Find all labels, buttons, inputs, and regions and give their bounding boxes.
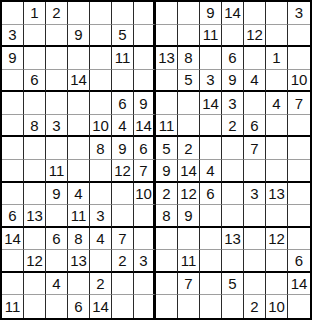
- cell-r7c11-empty[interactable]: [222, 137, 244, 160]
- cell-r14c9-empty[interactable]: [178, 295, 200, 318]
- cell-r11c3-given: 6: [46, 228, 68, 251]
- cell-r9c10-given: 6: [200, 183, 222, 206]
- cell-r11c6-given: 7: [112, 228, 134, 251]
- cell-r5c8-empty[interactable]: [156, 92, 178, 115]
- cell-r2c11-empty[interactable]: [222, 25, 244, 48]
- cell-r12c3-empty[interactable]: [46, 250, 68, 273]
- cell-r4c8-empty[interactable]: [156, 70, 178, 93]
- cell-r12c14-given: 6: [288, 250, 310, 273]
- cell-r14c7-empty[interactable]: [134, 295, 156, 318]
- cell-r2c10-given: 11: [200, 25, 222, 48]
- cell-r11c13-given: 12: [266, 228, 288, 251]
- cell-r3c9-given: 8: [178, 47, 200, 70]
- cell-r11c1-given: 14: [2, 228, 24, 251]
- cell-r11c5-given: 4: [90, 228, 112, 251]
- cell-r7c2-empty[interactable]: [24, 137, 46, 160]
- cell-r7c6-given: 9: [112, 137, 134, 160]
- cell-r8c4-empty[interactable]: [68, 160, 90, 183]
- cell-r5c5-empty[interactable]: [90, 92, 112, 115]
- cell-r4c13-empty[interactable]: [266, 70, 288, 93]
- cell-r1c11-given: 14: [222, 2, 244, 25]
- cell-r10c3-empty[interactable]: [46, 205, 68, 228]
- cell-r4c10-given: 3: [200, 70, 222, 93]
- cell-r3c10-empty[interactable]: [200, 47, 222, 70]
- cell-r3c7-empty[interactable]: [134, 47, 156, 70]
- cell-r13c11-given: 5: [222, 273, 244, 296]
- cell-r13c10-empty[interactable]: [200, 273, 222, 296]
- cell-r5c2-empty[interactable]: [24, 92, 46, 115]
- cell-r3c1-given: 9: [2, 47, 24, 70]
- cell-r11c7-empty[interactable]: [134, 228, 156, 251]
- cell-r9c13-given: 13: [266, 183, 288, 206]
- cell-r7c7-given: 6: [134, 137, 156, 160]
- cell-r2c2-empty[interactable]: [24, 25, 46, 48]
- cell-r8c3-given: 11: [46, 160, 68, 183]
- cell-r8c12-empty[interactable]: [244, 160, 266, 183]
- cell-r5c1-empty[interactable]: [2, 92, 24, 115]
- cell-r2c9-empty[interactable]: [178, 25, 200, 48]
- cell-r6c5-given: 10: [90, 115, 112, 138]
- cell-r13c3-given: 4: [46, 273, 68, 296]
- cell-r9c8-given: 2: [156, 183, 178, 206]
- cell-r11c8-empty[interactable]: [156, 228, 178, 251]
- cell-r4c12-given: 4: [244, 70, 266, 93]
- cell-r10c14-empty[interactable]: [288, 205, 310, 228]
- cell-r2c8-empty[interactable]: [156, 25, 178, 48]
- cell-r11c10-empty[interactable]: [200, 228, 222, 251]
- cell-r7c1-empty[interactable]: [2, 137, 24, 160]
- cell-r10c4-given: 11: [68, 205, 90, 228]
- cell-r10c13-empty[interactable]: [266, 205, 288, 228]
- cell-r8c13-empty[interactable]: [266, 160, 288, 183]
- cell-r7c4-empty[interactable]: [68, 137, 90, 160]
- cell-r2c4-given: 9: [68, 25, 90, 48]
- cell-r12c6-given: 2: [112, 250, 134, 273]
- cell-r13c6-empty[interactable]: [112, 273, 134, 296]
- cell-r11c2-empty[interactable]: [24, 228, 46, 251]
- cell-r6c9-empty[interactable]: [178, 115, 200, 138]
- cell-r2c5-empty[interactable]: [90, 25, 112, 48]
- cell-r7c10-empty[interactable]: [200, 137, 222, 160]
- cell-r13c7-empty[interactable]: [134, 273, 156, 296]
- cell-r6c3-given: 3: [46, 115, 68, 138]
- cell-r5c6-given: 6: [112, 92, 134, 115]
- cell-r13c4-empty[interactable]: [68, 273, 90, 296]
- cell-r9c7-given: 10: [134, 183, 156, 206]
- cell-r13c1-empty[interactable]: [2, 273, 24, 296]
- cell-r6c4-empty[interactable]: [68, 115, 90, 138]
- cell-r14c12-given: 2: [244, 295, 266, 318]
- cell-r14c3-empty[interactable]: [46, 295, 68, 318]
- cell-r2c6-given: 5: [112, 25, 134, 48]
- cell-r7c3-empty[interactable]: [46, 137, 68, 160]
- cell-r6c6-given: 4: [112, 115, 134, 138]
- cell-r5c3-empty[interactable]: [46, 92, 68, 115]
- cell-r13c14-given: 14: [288, 273, 310, 296]
- cell-r3c2-empty[interactable]: [24, 47, 46, 70]
- cell-r1c5-empty[interactable]: [90, 2, 112, 25]
- cell-r6c8-given: 11: [156, 115, 178, 138]
- cell-r10c9-given: 9: [178, 205, 200, 228]
- cell-r2c14-empty[interactable]: [288, 25, 310, 48]
- cell-r10c5-given: 3: [90, 205, 112, 228]
- cell-r12c10-empty[interactable]: [200, 250, 222, 273]
- cell-r3c4-empty[interactable]: [68, 47, 90, 70]
- cell-r4c11-given: 9: [222, 70, 244, 93]
- cell-r10c11-empty[interactable]: [222, 205, 244, 228]
- cell-r4c3-empty[interactable]: [46, 70, 68, 93]
- cell-r2c1-given: 3: [2, 25, 24, 48]
- cell-r14c4-given: 6: [68, 295, 90, 318]
- cell-r14c2-empty[interactable]: [24, 295, 46, 318]
- cell-r4c7-empty[interactable]: [134, 70, 156, 93]
- cell-r3c3-empty[interactable]: [46, 47, 68, 70]
- cell-r6c12-given: 6: [244, 115, 266, 138]
- cell-r13c9-given: 7: [178, 273, 200, 296]
- cell-r9c4-given: 4: [68, 183, 90, 206]
- cell-r9c14-empty[interactable]: [288, 183, 310, 206]
- cell-r3c8-given: 13: [156, 47, 178, 70]
- cell-r13c2-empty[interactable]: [24, 273, 46, 296]
- cell-r1c1-empty[interactable]: [2, 2, 24, 25]
- cell-r13c13-empty[interactable]: [266, 273, 288, 296]
- cell-r8c7-given: 7: [134, 160, 156, 183]
- cell-r14c8-empty[interactable]: [156, 295, 178, 318]
- cell-r3c13-given: 1: [266, 47, 288, 70]
- cell-r6c1-empty[interactable]: [2, 115, 24, 138]
- cell-r1c13-empty[interactable]: [266, 2, 288, 25]
- cell-r5c13-given: 4: [266, 92, 288, 115]
- cell-r5c12-empty[interactable]: [244, 92, 266, 115]
- cell-r13c12-empty[interactable]: [244, 273, 266, 296]
- cell-r4c1-empty[interactable]: [2, 70, 24, 93]
- cell-r9c11-empty[interactable]: [222, 183, 244, 206]
- cell-r5c9-empty[interactable]: [178, 92, 200, 115]
- cell-r12c1-empty[interactable]: [2, 250, 24, 273]
- cell-r2c7-empty[interactable]: [134, 25, 156, 48]
- cell-r7c13-empty[interactable]: [266, 137, 288, 160]
- cell-r6c13-empty[interactable]: [266, 115, 288, 138]
- cell-r3c14-empty[interactable]: [288, 47, 310, 70]
- cell-r9c1-empty[interactable]: [2, 183, 24, 206]
- cell-r1c3-given: 2: [46, 2, 68, 25]
- cell-r9c6-empty[interactable]: [112, 183, 134, 206]
- cell-r12c2-given: 12: [24, 250, 46, 273]
- cell-r4c4-given: 14: [68, 70, 90, 93]
- cell-r4c2-given: 6: [24, 70, 46, 93]
- cell-r12c9-given: 11: [178, 250, 200, 273]
- cell-r10c1-given: 6: [2, 205, 24, 228]
- cell-r7c8-given: 5: [156, 137, 178, 160]
- cell-r9c2-empty[interactable]: [24, 183, 46, 206]
- cell-r14c5-given: 14: [90, 295, 112, 318]
- cell-r14c1-given: 11: [2, 295, 24, 318]
- cell-r1c7-empty[interactable]: [134, 2, 156, 25]
- cell-r8c6-given: 12: [112, 160, 134, 183]
- cell-r1c9-empty[interactable]: [178, 2, 200, 25]
- cell-r1c10-given: 9: [200, 2, 222, 25]
- cell-r7c12-given: 7: [244, 137, 266, 160]
- cell-r2c12-given: 12: [244, 25, 266, 48]
- cell-r4c9-given: 5: [178, 70, 200, 93]
- cell-r12c5-empty[interactable]: [90, 250, 112, 273]
- cell-r9c12-given: 3: [244, 183, 266, 206]
- cell-r6c14-empty[interactable]: [288, 115, 310, 138]
- cell-r10c10-empty[interactable]: [200, 205, 222, 228]
- cell-r7c9-given: 2: [178, 137, 200, 160]
- cell-r4c6-empty[interactable]: [112, 70, 134, 93]
- cell-r1c12-empty[interactable]: [244, 2, 266, 25]
- cell-r6c7-given: 14: [134, 115, 156, 138]
- cell-r5c7-given: 9: [134, 92, 156, 115]
- cell-r12c12-empty[interactable]: [244, 250, 266, 273]
- cell-r4c5-empty[interactable]: [90, 70, 112, 93]
- cell-r2c3-empty[interactable]: [46, 25, 68, 48]
- cell-r10c7-empty[interactable]: [134, 205, 156, 228]
- cell-r10c8-given: 8: [156, 205, 178, 228]
- cell-r4c14-given: 10: [288, 70, 310, 93]
- cell-r7c5-given: 8: [90, 137, 112, 160]
- cell-r14c10-empty[interactable]: [200, 295, 222, 318]
- cell-r14c14-empty[interactable]: [288, 295, 310, 318]
- cell-r10c2-given: 13: [24, 205, 46, 228]
- cell-r10c6-empty[interactable]: [112, 205, 134, 228]
- cell-r1c14-given: 3: [288, 2, 310, 25]
- cell-r8c10-given: 4: [200, 160, 222, 183]
- cell-r3c11-given: 6: [222, 47, 244, 70]
- cell-r3c5-empty[interactable]: [90, 47, 112, 70]
- cell-r5c11-given: 3: [222, 92, 244, 115]
- cell-r11c14-empty[interactable]: [288, 228, 310, 251]
- cell-r14c11-empty[interactable]: [222, 295, 244, 318]
- cell-r12c7-given: 3: [134, 250, 156, 273]
- cell-r1c6-empty[interactable]: [112, 2, 134, 25]
- cell-r3c12-empty[interactable]: [244, 47, 266, 70]
- cell-r5c4-empty[interactable]: [68, 92, 90, 115]
- cell-r1c8-empty[interactable]: [156, 2, 178, 25]
- cell-r5c14-given: 7: [288, 92, 310, 115]
- sudoku-board: 1291433951112911138616145394106914347831…: [0, 0, 312, 320]
- cell-r5c10-given: 14: [200, 92, 222, 115]
- cell-r11c4-given: 8: [68, 228, 90, 251]
- cell-r2c13-empty[interactable]: [266, 25, 288, 48]
- cell-r11c12-empty[interactable]: [244, 228, 266, 251]
- cell-r11c9-empty[interactable]: [178, 228, 200, 251]
- cell-r9c3-given: 9: [46, 183, 68, 206]
- cell-r8c1-empty[interactable]: [2, 160, 24, 183]
- cell-r11c11-given: 13: [222, 228, 244, 251]
- cell-r8c14-empty[interactable]: [288, 160, 310, 183]
- cell-r1c4-empty[interactable]: [68, 2, 90, 25]
- cell-r12c13-empty[interactable]: [266, 250, 288, 273]
- cell-r8c11-empty[interactable]: [222, 160, 244, 183]
- cell-r12c8-empty[interactable]: [156, 250, 178, 273]
- cell-r9c5-empty[interactable]: [90, 183, 112, 206]
- cell-r13c5-given: 2: [90, 273, 112, 296]
- cell-r12c4-given: 13: [68, 250, 90, 273]
- cell-r10c12-empty[interactable]: [244, 205, 266, 228]
- cell-r9c9-given: 12: [178, 183, 200, 206]
- cell-r8c5-empty[interactable]: [90, 160, 112, 183]
- cell-r6c2-given: 8: [24, 115, 46, 138]
- cell-r3c6-given: 11: [112, 47, 134, 70]
- cell-r12c11-empty[interactable]: [222, 250, 244, 273]
- cell-r6c10-empty[interactable]: [200, 115, 222, 138]
- cell-r14c13-given: 10: [266, 295, 288, 318]
- cell-r14c6-empty[interactable]: [112, 295, 134, 318]
- cell-r1c2-given: 1: [24, 2, 46, 25]
- cell-r13c8-empty[interactable]: [156, 273, 178, 296]
- cell-r7c14-empty[interactable]: [288, 137, 310, 160]
- cell-r8c8-given: 9: [156, 160, 178, 183]
- cell-r6c11-given: 2: [222, 115, 244, 138]
- cell-r8c2-empty[interactable]: [24, 160, 46, 183]
- cell-r8c9-given: 14: [178, 160, 200, 183]
